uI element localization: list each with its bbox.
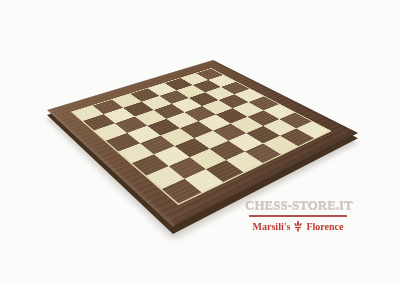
brand-line: Marsili's Florence <box>245 220 351 232</box>
divider-line <box>249 215 347 217</box>
brand-left-text: Marsili's <box>253 221 291 232</box>
product-photo: CHESS-STORE.IT Marsili's Florence <box>0 0 400 283</box>
brand-right-text: Florence <box>306 221 343 232</box>
watermark-text: CHESS-STORE.IT <box>245 198 351 213</box>
board-grid <box>73 69 330 204</box>
fleur-de-lis-icon <box>293 220 303 232</box>
branding-block: CHESS-STORE.IT Marsili's Florence <box>245 198 351 232</box>
board-fillet <box>71 68 332 205</box>
